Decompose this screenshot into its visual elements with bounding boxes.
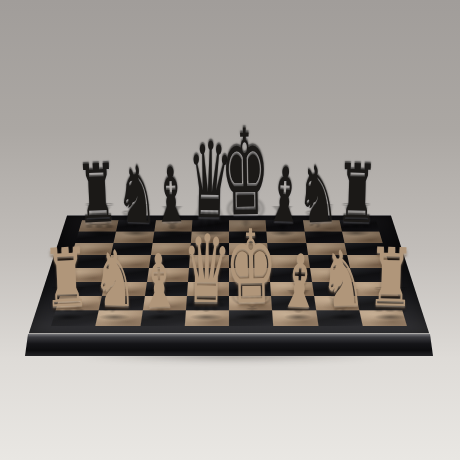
black-knight-g8: ♞	[296, 155, 340, 235]
board-front-edge	[25, 334, 433, 356]
white-rook-a1: ♜	[41, 236, 91, 319]
white-knight-g1: ♞	[319, 240, 367, 319]
white-bishop-f1: ♝	[277, 244, 321, 319]
white-king-e1: ♚	[224, 216, 278, 318]
black-rook-a8: ♜	[75, 153, 120, 235]
product-photo-chess-set: ♜♜♞♞♝♝♛♛♚♚♝♝♞♞♜♜♜♜♞♞♝♝♛♛♚♚♝♝♞♞♜♜	[0, 0, 460, 460]
white-knight-b1: ♞	[92, 240, 140, 319]
white-rook-h1: ♜	[367, 237, 416, 319]
white-bishop-c1: ♝	[137, 244, 180, 319]
black-rook-h8: ♜	[335, 153, 378, 235]
